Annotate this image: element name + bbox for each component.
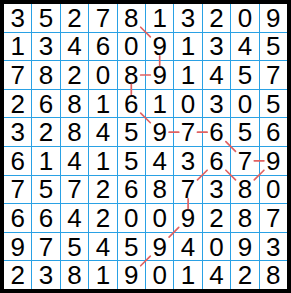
grid-cell-r5c4[interactable]: 4 bbox=[89, 118, 116, 146]
grid-cell-r2c3[interactable]: 4 bbox=[61, 33, 88, 61]
grid-cell-r7c3[interactable]: 7 bbox=[61, 176, 88, 204]
grid-cell-r3c7[interactable]: 1 bbox=[174, 61, 201, 89]
grid-cell-r2c7[interactable]: 1 bbox=[174, 33, 201, 61]
grid-cell-r8c10[interactable]: 7 bbox=[260, 204, 287, 232]
grid-cell-r6c2[interactable]: 1 bbox=[32, 147, 59, 175]
grid-cell-r3c1[interactable]: 7 bbox=[4, 61, 31, 89]
grid-cell-r9c1[interactable]: 9 bbox=[4, 233, 31, 261]
grid-cell-r9c3[interactable]: 5 bbox=[61, 233, 88, 261]
grid-cell-r6c7[interactable]: 3 bbox=[174, 147, 201, 175]
grid-cell-r2c4[interactable]: 6 bbox=[89, 33, 116, 61]
grid-cell-r1c6[interactable]: 1 bbox=[146, 4, 173, 32]
grid-cell-r10c10[interactable]: 8 bbox=[260, 261, 287, 289]
grid-cell-r6c3[interactable]: 4 bbox=[61, 147, 88, 175]
grid-cell-r2c5[interactable]: 0 bbox=[118, 33, 145, 61]
grid-cell-r3c2[interactable]: 8 bbox=[32, 61, 59, 89]
grid-cell-r4c1[interactable]: 2 bbox=[4, 90, 31, 118]
grid-cell-r6c9[interactable]: 7 bbox=[231, 147, 258, 175]
grid-cell-r8c4[interactable]: 2 bbox=[89, 204, 116, 232]
grid-cell-r4c9[interactable]: 0 bbox=[231, 90, 258, 118]
grid-cell-r2c1[interactable]: 1 bbox=[4, 33, 31, 61]
grid-cell-r2c10[interactable]: 5 bbox=[260, 33, 287, 61]
grid-cell-r4c5[interactable]: 6 bbox=[118, 90, 145, 118]
grid-cell-r8c6[interactable]: 0 bbox=[146, 204, 173, 232]
grid-cell-r10c8[interactable]: 4 bbox=[203, 261, 230, 289]
grid-cell-r8c8[interactable]: 2 bbox=[203, 204, 230, 232]
grid-cell-r6c4[interactable]: 1 bbox=[89, 147, 116, 175]
grid-cell-r2c8[interactable]: 3 bbox=[203, 33, 230, 61]
grid-cell-r9c5[interactable]: 5 bbox=[118, 233, 145, 261]
grid-cell-r1c8[interactable]: 2 bbox=[203, 4, 230, 32]
grid-cell-r1c9[interactable]: 0 bbox=[231, 4, 258, 32]
grid-cell-r3c9[interactable]: 5 bbox=[231, 61, 258, 89]
grid-cell-r10c2[interactable]: 3 bbox=[32, 261, 59, 289]
grid-cell-r4c7[interactable]: 0 bbox=[174, 90, 201, 118]
grid-cell-r5c2[interactable]: 2 bbox=[32, 118, 59, 146]
grid-cell-r8c2[interactable]: 6 bbox=[32, 204, 59, 232]
grid-cell-r8c3[interactable]: 4 bbox=[61, 204, 88, 232]
grid-cell-r10c4[interactable]: 1 bbox=[89, 261, 116, 289]
grid-cell-r3c8[interactable]: 4 bbox=[203, 61, 230, 89]
grid-cell-r5c6[interactable]: 9 bbox=[146, 118, 173, 146]
puzzle-board: 3527813209134609134578208914572681610305… bbox=[0, 0, 291, 293]
grid-cell-r1c5[interactable]: 8 bbox=[118, 4, 145, 32]
grid-cell-r8c1[interactable]: 6 bbox=[4, 204, 31, 232]
grid-cell-r7c7[interactable]: 7 bbox=[174, 176, 201, 204]
grid-cell-r4c4[interactable]: 1 bbox=[89, 90, 116, 118]
grid-cell-r9c7[interactable]: 4 bbox=[174, 233, 201, 261]
grid-cell-r10c3[interactable]: 8 bbox=[61, 261, 88, 289]
grid-cell-r5c1[interactable]: 3 bbox=[4, 118, 31, 146]
grid-cell-r1c2[interactable]: 5 bbox=[32, 4, 59, 32]
digit-grid: 3527813209134609134578208914572681610305… bbox=[4, 4, 287, 289]
grid-cell-r5c10[interactable]: 6 bbox=[260, 118, 287, 146]
grid-cell-r9c8[interactable]: 0 bbox=[203, 233, 230, 261]
grid-cell-r9c10[interactable]: 3 bbox=[260, 233, 287, 261]
grid-cell-r4c8[interactable]: 3 bbox=[203, 90, 230, 118]
grid-cell-r1c3[interactable]: 2 bbox=[61, 4, 88, 32]
grid-cell-r4c6[interactable]: 1 bbox=[146, 90, 173, 118]
grid-cell-r10c5[interactable]: 9 bbox=[118, 261, 145, 289]
grid-cell-r5c7[interactable]: 7 bbox=[174, 118, 201, 146]
grid-cell-r10c9[interactable]: 2 bbox=[231, 261, 258, 289]
grid-cell-r3c3[interactable]: 2 bbox=[61, 61, 88, 89]
grid-cell-r7c6[interactable]: 8 bbox=[146, 176, 173, 204]
grid-cell-r5c9[interactable]: 5 bbox=[231, 118, 258, 146]
grid-cell-r4c3[interactable]: 8 bbox=[61, 90, 88, 118]
grid-cell-r1c4[interactable]: 7 bbox=[89, 4, 116, 32]
grid-cell-r5c8[interactable]: 6 bbox=[203, 118, 230, 146]
grid-cell-r3c4[interactable]: 0 bbox=[89, 61, 116, 89]
grid-cell-r4c2[interactable]: 6 bbox=[32, 90, 59, 118]
grid-cell-r2c2[interactable]: 3 bbox=[32, 33, 59, 61]
grid-cell-r7c1[interactable]: 7 bbox=[4, 176, 31, 204]
grid-cell-r7c10[interactable]: 0 bbox=[260, 176, 287, 204]
grid-cell-r4c10[interactable]: 5 bbox=[260, 90, 287, 118]
grid-cell-r7c8[interactable]: 3 bbox=[203, 176, 230, 204]
grid-cell-r3c6[interactable]: 9 bbox=[146, 61, 173, 89]
grid-cell-r7c5[interactable]: 6 bbox=[118, 176, 145, 204]
grid-cell-r9c9[interactable]: 9 bbox=[231, 233, 258, 261]
grid-cell-r8c7[interactable]: 9 bbox=[174, 204, 201, 232]
grid-cell-r10c7[interactable]: 1 bbox=[174, 261, 201, 289]
grid-cell-r2c9[interactable]: 4 bbox=[231, 33, 258, 61]
grid-cell-r9c2[interactable]: 7 bbox=[32, 233, 59, 261]
grid-cell-r10c1[interactable]: 2 bbox=[4, 261, 31, 289]
grid-cell-r6c6[interactable]: 4 bbox=[146, 147, 173, 175]
grid-cell-r7c9[interactable]: 8 bbox=[231, 176, 258, 204]
grid-cell-r5c3[interactable]: 8 bbox=[61, 118, 88, 146]
grid-cell-r1c10[interactable]: 9 bbox=[260, 4, 287, 32]
grid-cell-r9c6[interactable]: 9 bbox=[146, 233, 173, 261]
grid-cell-r2c6[interactable]: 9 bbox=[146, 33, 173, 61]
grid-cell-r6c1[interactable]: 6 bbox=[4, 147, 31, 175]
grid-cell-r6c8[interactable]: 6 bbox=[203, 147, 230, 175]
grid-cell-r8c9[interactable]: 8 bbox=[231, 204, 258, 232]
grid-cell-r7c4[interactable]: 2 bbox=[89, 176, 116, 204]
grid-cell-r3c10[interactable]: 7 bbox=[260, 61, 287, 89]
grid-cell-r6c5[interactable]: 5 bbox=[118, 147, 145, 175]
grid-cell-r3c5[interactable]: 8 bbox=[118, 61, 145, 89]
grid-cell-r1c7[interactable]: 3 bbox=[174, 4, 201, 32]
grid-cell-r8c5[interactable]: 0 bbox=[118, 204, 145, 232]
grid-cell-r10c6[interactable]: 0 bbox=[146, 261, 173, 289]
grid-cell-r5c5[interactable]: 5 bbox=[118, 118, 145, 146]
grid-cell-r6c10[interactable]: 9 bbox=[260, 147, 287, 175]
grid-cell-r1c1[interactable]: 3 bbox=[4, 4, 31, 32]
grid-cell-r7c2[interactable]: 5 bbox=[32, 176, 59, 204]
grid-cell-r9c4[interactable]: 4 bbox=[89, 233, 116, 261]
